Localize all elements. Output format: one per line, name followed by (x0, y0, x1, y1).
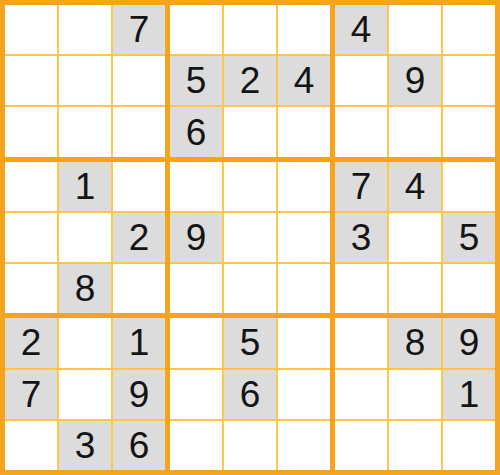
cell-r3c5[interactable] (224, 107, 276, 156)
sudoku-board: 75246491289743521793656891 (5, 5, 495, 470)
cell-r2c2[interactable] (59, 56, 111, 105)
cell-r7c4[interactable] (170, 318, 222, 367)
cell-r8c7[interactable] (335, 370, 387, 419)
cell-r1c1[interactable] (5, 5, 57, 54)
cell-r1c3: 7 (113, 5, 165, 54)
cell-r8c4[interactable] (170, 370, 222, 419)
cell-r6c6[interactable] (278, 264, 330, 313)
cell-r4c7: 7 (335, 162, 387, 211)
cell-r9c8[interactable] (389, 421, 441, 470)
cell-r7c1: 2 (5, 318, 57, 367)
cell-r1c4[interactable] (170, 5, 222, 54)
cell-r7c7[interactable] (335, 318, 387, 367)
cell-r3c7[interactable] (335, 107, 387, 156)
cell-r2c1[interactable] (5, 56, 57, 105)
cell-r4c1[interactable] (5, 162, 57, 211)
cell-r8c8[interactable] (389, 370, 441, 419)
cell-r4c4[interactable] (170, 162, 222, 211)
cell-r4c9[interactable] (443, 162, 495, 211)
cell-r2c9[interactable] (443, 56, 495, 105)
cell-r3c8[interactable] (389, 107, 441, 156)
box-4: 128 (5, 162, 165, 314)
cell-r5c7: 3 (335, 213, 387, 262)
cell-r3c3[interactable] (113, 107, 165, 156)
cell-r4c5[interactable] (224, 162, 276, 211)
cell-r7c3: 1 (113, 318, 165, 367)
cell-r8c9: 1 (443, 370, 495, 419)
cell-r6c8[interactable] (389, 264, 441, 313)
cell-r2c5: 2 (224, 56, 276, 105)
cell-r3c1[interactable] (5, 107, 57, 156)
cell-r6c3[interactable] (113, 264, 165, 313)
box-8: 56 (170, 318, 330, 470)
cell-r7c6[interactable] (278, 318, 330, 367)
box-5: 9 (170, 162, 330, 314)
cell-r7c5: 5 (224, 318, 276, 367)
cell-r4c3[interactable] (113, 162, 165, 211)
cell-r5c5[interactable] (224, 213, 276, 262)
cell-r8c3: 9 (113, 370, 165, 419)
cell-r3c6[interactable] (278, 107, 330, 156)
cell-r9c5[interactable] (224, 421, 276, 470)
cell-r5c9: 5 (443, 213, 495, 262)
cell-r6c9[interactable] (443, 264, 495, 313)
cell-r4c2: 1 (59, 162, 111, 211)
box-1: 7 (5, 5, 165, 157)
box-9: 891 (335, 318, 495, 470)
cell-r3c2[interactable] (59, 107, 111, 156)
box-3: 49 (335, 5, 495, 157)
cell-r9c1[interactable] (5, 421, 57, 470)
cell-r3c4: 6 (170, 107, 222, 156)
cell-r9c6[interactable] (278, 421, 330, 470)
cell-r1c9[interactable] (443, 5, 495, 54)
cell-r1c2[interactable] (59, 5, 111, 54)
sudoku-board-frame: 75246491289743521793656891 (0, 0, 500, 475)
cell-r8c5: 6 (224, 370, 276, 419)
cell-r2c7[interactable] (335, 56, 387, 105)
cell-r5c4: 9 (170, 213, 222, 262)
cell-r9c3: 6 (113, 421, 165, 470)
cell-r6c7[interactable] (335, 264, 387, 313)
cell-r5c6[interactable] (278, 213, 330, 262)
cell-r6c4[interactable] (170, 264, 222, 313)
cell-r9c7[interactable] (335, 421, 387, 470)
cell-r5c2[interactable] (59, 213, 111, 262)
cell-r7c8: 8 (389, 318, 441, 367)
cell-r7c2[interactable] (59, 318, 111, 367)
cell-r6c5[interactable] (224, 264, 276, 313)
cell-r1c7: 4 (335, 5, 387, 54)
cell-r8c6[interactable] (278, 370, 330, 419)
cell-r4c8: 4 (389, 162, 441, 211)
cell-r6c2: 8 (59, 264, 111, 313)
cell-r8c1: 7 (5, 370, 57, 419)
box-7: 217936 (5, 318, 165, 470)
cell-r2c8: 9 (389, 56, 441, 105)
cell-r5c1[interactable] (5, 213, 57, 262)
cell-r1c5[interactable] (224, 5, 276, 54)
cell-r7c9: 9 (443, 318, 495, 367)
cell-r5c8[interactable] (389, 213, 441, 262)
cell-r2c6: 4 (278, 56, 330, 105)
cell-r9c2: 3 (59, 421, 111, 470)
cell-r8c2[interactable] (59, 370, 111, 419)
cell-r3c9[interactable] (443, 107, 495, 156)
cell-r1c6[interactable] (278, 5, 330, 54)
box-6: 7435 (335, 162, 495, 314)
cell-r5c3: 2 (113, 213, 165, 262)
box-2: 5246 (170, 5, 330, 157)
cell-r4c6[interactable] (278, 162, 330, 211)
cell-r1c8[interactable] (389, 5, 441, 54)
cell-r9c4[interactable] (170, 421, 222, 470)
cell-r6c1[interactable] (5, 264, 57, 313)
cell-r2c3[interactable] (113, 56, 165, 105)
cell-r9c9[interactable] (443, 421, 495, 470)
cell-r2c4: 5 (170, 56, 222, 105)
